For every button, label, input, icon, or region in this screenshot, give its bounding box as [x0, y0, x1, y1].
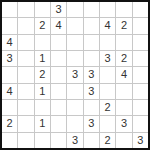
clue-cell-r6c3: 1: [35, 84, 50, 99]
empty-cell-r4c2[interactable]: [18, 51, 33, 66]
empty-cell-r5c4[interactable]: [51, 67, 66, 82]
empty-cell-r8c2[interactable]: [18, 116, 33, 131]
clue-cell-r8c6: 3: [84, 116, 99, 131]
empty-cell-r3c3[interactable]: [35, 35, 50, 50]
clue-cell-r4c7: 3: [100, 51, 115, 66]
clue-cell-r2c8: 2: [116, 18, 131, 33]
empty-cell-r1c5[interactable]: [67, 2, 82, 17]
puzzle-board: 3244243132233441322133323: [0, 0, 150, 150]
clue-cell-r8c3: 1: [35, 116, 50, 131]
empty-cell-r3c8[interactable]: [116, 35, 131, 50]
empty-cell-r1c9[interactable]: [133, 2, 148, 17]
empty-cell-r6c7[interactable]: [100, 84, 115, 99]
clue-cell-r2c3: 2: [35, 18, 50, 33]
clue-cell-r9c7: 2: [100, 133, 115, 148]
clue-cell-r8c8: 3: [116, 116, 131, 131]
clue-cell-r9c9: 3: [133, 133, 148, 148]
empty-cell-r7c1[interactable]: [2, 100, 17, 115]
empty-cell-r8c9[interactable]: [133, 116, 148, 131]
empty-cell-r3c9[interactable]: [133, 35, 148, 50]
empty-cell-r2c6[interactable]: [84, 18, 99, 33]
clue-cell-r4c3: 1: [35, 51, 50, 66]
empty-cell-r4c6[interactable]: [84, 51, 99, 66]
empty-cell-r6c5[interactable]: [67, 84, 82, 99]
empty-cell-r9c8[interactable]: [116, 133, 131, 148]
empty-cell-r7c8[interactable]: [116, 100, 131, 115]
empty-cell-r7c4[interactable]: [51, 100, 66, 115]
empty-cell-r9c6[interactable]: [84, 133, 99, 148]
empty-cell-r9c3[interactable]: [35, 133, 50, 148]
empty-cell-r6c9[interactable]: [133, 84, 148, 99]
clue-cell-r4c1: 3: [2, 51, 17, 66]
empty-cell-r6c8[interactable]: [116, 84, 131, 99]
clue-cell-r4c8: 2: [116, 51, 131, 66]
empty-cell-r9c4[interactable]: [51, 133, 66, 148]
empty-cell-r3c4[interactable]: [51, 35, 66, 50]
empty-cell-r1c3[interactable]: [35, 2, 50, 17]
clue-cell-r5c5: 3: [67, 67, 82, 82]
clue-cell-r2c4: 4: [51, 18, 66, 33]
empty-cell-r4c9[interactable]: [133, 51, 148, 66]
empty-cell-r9c2[interactable]: [18, 133, 33, 148]
clue-cell-r7c7: 2: [100, 100, 115, 115]
empty-cell-r3c6[interactable]: [84, 35, 99, 50]
puzzle-screenshot: 3244243132233441322133323: [0, 0, 150, 150]
clue-cell-r6c6: 3: [84, 84, 99, 99]
empty-cell-r5c9[interactable]: [133, 67, 148, 82]
empty-cell-r2c2[interactable]: [18, 18, 33, 33]
empty-cell-r8c5[interactable]: [67, 116, 82, 131]
empty-cell-r2c9[interactable]: [133, 18, 148, 33]
empty-cell-r1c1[interactable]: [2, 2, 17, 17]
clue-cell-r2c7: 4: [100, 18, 115, 33]
empty-cell-r1c8[interactable]: [116, 2, 131, 17]
clue-cell-r5c3: 2: [35, 67, 50, 82]
clue-cell-r5c6: 3: [84, 67, 99, 82]
empty-cell-r3c5[interactable]: [67, 35, 82, 50]
empty-cell-r7c3[interactable]: [35, 100, 50, 115]
empty-cell-r1c2[interactable]: [18, 2, 33, 17]
empty-cell-r8c4[interactable]: [51, 116, 66, 131]
empty-cell-r8c7[interactable]: [100, 116, 115, 131]
empty-cell-r1c6[interactable]: [84, 2, 99, 17]
empty-cell-r7c5[interactable]: [67, 100, 82, 115]
empty-cell-r5c7[interactable]: [100, 67, 115, 82]
empty-cell-r7c9[interactable]: [133, 100, 148, 115]
empty-cell-r3c7[interactable]: [100, 35, 115, 50]
empty-cell-r6c4[interactable]: [51, 84, 66, 99]
empty-cell-r4c4[interactable]: [51, 51, 66, 66]
empty-cell-r7c6[interactable]: [84, 100, 99, 115]
empty-cell-r5c1[interactable]: [2, 67, 17, 82]
empty-cell-r7c2[interactable]: [18, 100, 33, 115]
clue-cell-r5c8: 4: [116, 67, 131, 82]
empty-cell-r2c1[interactable]: [2, 18, 17, 33]
empty-cell-r6c2[interactable]: [18, 84, 33, 99]
clue-cell-r8c1: 2: [2, 116, 17, 131]
clue-cell-r1c4: 3: [51, 2, 66, 17]
empty-cell-r4c5[interactable]: [67, 51, 82, 66]
empty-cell-r9c1[interactable]: [2, 133, 17, 148]
empty-cell-r3c2[interactable]: [18, 35, 33, 50]
empty-cell-r1c7[interactable]: [100, 2, 115, 17]
clue-cell-r3c1: 4: [2, 35, 17, 50]
clue-cell-r9c5: 3: [67, 133, 82, 148]
clue-cell-r6c1: 4: [2, 84, 17, 99]
empty-cell-r5c2[interactable]: [18, 67, 33, 82]
empty-cell-r2c5[interactable]: [67, 18, 82, 33]
